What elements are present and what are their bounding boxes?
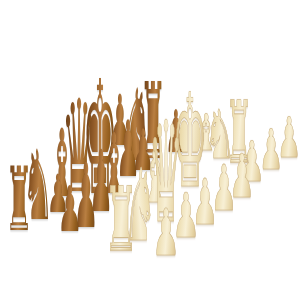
light-pawn: ♟ xyxy=(152,201,180,266)
chess-pieces-group: ♟♝♟♟♜♞♞♜♟♟♟♟♚♛♚♝♝♟♝♟♟♟♞♛♟♟♜♟♟♞♜♟ xyxy=(0,0,300,300)
dark-pawn: ♟ xyxy=(57,178,82,241)
light-rook: ♜ xyxy=(104,176,138,264)
dark-rook: ♜ xyxy=(5,156,33,244)
chess-set-product-photo: ♟♝♟♟♜♞♞♜♟♟♟♟♚♛♚♝♝♟♝♟♟♟♞♛♟♟♜♟♟♞♜♟ xyxy=(0,0,300,300)
